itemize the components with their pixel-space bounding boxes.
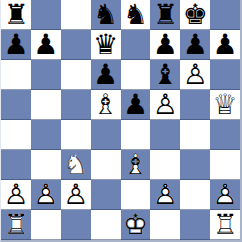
square-h6[interactable]: [210, 60, 240, 90]
square-f2[interactable]: ♟♙: [150, 180, 180, 210]
square-g6[interactable]: ♟♙: [180, 60, 210, 90]
piece-wP-f5: ♟♙: [150, 90, 180, 120]
square-a6[interactable]: [1, 60, 31, 90]
piece-bP-h7: ♟: [210, 30, 240, 60]
piece-wN-c3: ♞♘: [61, 150, 91, 180]
square-e1[interactable]: ♚♔: [121, 210, 151, 240]
black-piece-glyph: ♝: [150, 60, 180, 90]
square-e6[interactable]: [121, 60, 151, 90]
square-b4[interactable]: [31, 120, 61, 150]
piece-bN-d8: ♞: [91, 0, 121, 30]
piece-wP-b2: ♟♙: [31, 180, 61, 210]
piece-wR-h1: ♜♖: [210, 210, 240, 240]
square-h1[interactable]: ♜♖: [210, 210, 240, 240]
piece-bP-e5: ♟: [121, 90, 151, 120]
white-piece-outline-glyph: ♙: [61, 180, 91, 210]
square-d1[interactable]: [91, 210, 121, 240]
piece-wP-f2: ♟♙: [150, 180, 180, 210]
white-piece-outline-glyph: ♗: [121, 150, 151, 180]
square-a8[interactable]: ♜: [1, 0, 31, 30]
square-h8[interactable]: [210, 0, 240, 30]
white-piece-outline-glyph: ♙: [180, 60, 210, 90]
square-b3[interactable]: [31, 150, 61, 180]
piece-bR-f8: ♜: [150, 0, 180, 30]
square-b2[interactable]: ♟♙: [31, 180, 61, 210]
square-f4[interactable]: [150, 120, 180, 150]
piece-bP-b7: ♟: [31, 30, 61, 60]
white-piece-outline-glyph: ♖: [210, 210, 240, 240]
square-d4[interactable]: [91, 120, 121, 150]
square-a4[interactable]: [1, 120, 31, 150]
piece-bK-g8: ♚: [180, 0, 210, 30]
square-e8[interactable]: ♞: [121, 0, 151, 30]
piece-wR-a1: ♜♖: [1, 210, 31, 240]
white-piece-outline-glyph: ♘: [61, 150, 91, 180]
square-g3[interactable]: [180, 150, 210, 180]
square-b5[interactable]: [31, 90, 61, 120]
piece-wP-g6: ♟♙: [180, 60, 210, 90]
piece-bP-a7: ♟: [1, 30, 31, 60]
square-d8[interactable]: ♞: [91, 0, 121, 30]
square-c2[interactable]: ♟♙: [61, 180, 91, 210]
square-e3[interactable]: ♝♗: [121, 150, 151, 180]
white-piece-outline-glyph: ♗: [91, 90, 121, 120]
black-piece-glyph: ♞: [121, 0, 151, 30]
black-piece-glyph: ♟: [121, 90, 151, 120]
white-piece-outline-glyph: ♙: [210, 180, 240, 210]
piece-bR-a8: ♜: [1, 0, 31, 30]
square-e7[interactable]: [121, 30, 151, 60]
square-c4[interactable]: [61, 120, 91, 150]
square-d7[interactable]: ♛: [91, 30, 121, 60]
square-g5[interactable]: [180, 90, 210, 120]
piece-wP-a2: ♟♙: [1, 180, 31, 210]
black-piece-glyph: ♟: [150, 30, 180, 60]
square-a2[interactable]: ♟♙: [1, 180, 31, 210]
piece-wB-d5: ♝♗: [91, 90, 121, 120]
square-f6[interactable]: ♝: [150, 60, 180, 90]
square-a1[interactable]: ♜♖: [1, 210, 31, 240]
black-piece-glyph: ♟: [31, 30, 61, 60]
square-f5[interactable]: ♟♙: [150, 90, 180, 120]
square-b6[interactable]: [31, 60, 61, 90]
square-c6[interactable]: [61, 60, 91, 90]
white-piece-outline-glyph: ♙: [31, 180, 61, 210]
piece-bP-d6: ♟: [91, 60, 121, 90]
square-f1[interactable]: [150, 210, 180, 240]
white-piece-outline-glyph: ♙: [150, 90, 180, 120]
white-piece-outline-glyph: ♕: [210, 90, 240, 120]
square-c3[interactable]: ♞♘: [61, 150, 91, 180]
piece-wK-e1: ♚♔: [121, 210, 151, 240]
square-c1[interactable]: [61, 210, 91, 240]
piece-bB-f6: ♝: [150, 60, 180, 90]
square-e5[interactable]: ♟: [121, 90, 151, 120]
white-piece-outline-glyph: ♖: [1, 210, 31, 240]
square-b7[interactable]: ♟: [31, 30, 61, 60]
square-b1[interactable]: [31, 210, 61, 240]
black-piece-glyph: ♛: [91, 30, 121, 60]
black-piece-glyph: ♜: [1, 0, 31, 30]
white-piece-outline-glyph: ♔: [121, 210, 151, 240]
square-g2[interactable]: [180, 180, 210, 210]
square-d3[interactable]: [91, 150, 121, 180]
square-h7[interactable]: ♟: [210, 30, 240, 60]
piece-wP-c2: ♟♙: [61, 180, 91, 210]
square-f3[interactable]: [150, 150, 180, 180]
square-h5[interactable]: ♛♕: [210, 90, 240, 120]
square-a3[interactable]: [1, 150, 31, 180]
piece-bP-g7: ♟: [180, 30, 210, 60]
black-piece-glyph: ♟: [91, 60, 121, 90]
square-c8[interactable]: [61, 0, 91, 30]
black-piece-glyph: ♚: [180, 0, 210, 30]
square-b8[interactable]: [31, 0, 61, 30]
black-piece-glyph: ♜: [150, 0, 180, 30]
square-g7[interactable]: ♟: [180, 30, 210, 60]
black-piece-glyph: ♟: [210, 30, 240, 60]
piece-wQ-h5: ♛♕: [210, 90, 240, 120]
black-piece-glyph: ♞: [91, 0, 121, 30]
square-f7[interactable]: ♟: [150, 30, 180, 60]
piece-bQ-d7: ♛: [91, 30, 121, 60]
square-d6[interactable]: ♟: [91, 60, 121, 90]
square-h3[interactable]: [210, 150, 240, 180]
black-piece-glyph: ♟: [1, 30, 31, 60]
square-h4[interactable]: [210, 120, 240, 150]
square-d2[interactable]: [91, 180, 121, 210]
piece-wB-e3: ♝♗: [121, 150, 151, 180]
white-piece-outline-glyph: ♙: [150, 180, 180, 210]
square-g4[interactable]: [180, 120, 210, 150]
piece-bN-e8: ♞: [121, 0, 151, 30]
square-h2[interactable]: ♟♙: [210, 180, 240, 210]
square-g8[interactable]: ♚: [180, 0, 210, 30]
white-piece-outline-glyph: ♙: [1, 180, 31, 210]
black-piece-glyph: ♟: [180, 30, 210, 60]
square-f8[interactable]: ♜: [150, 0, 180, 30]
square-e2[interactable]: [121, 180, 151, 210]
square-c5[interactable]: [61, 90, 91, 120]
square-c7[interactable]: [61, 30, 91, 60]
square-a5[interactable]: [1, 90, 31, 120]
square-g1[interactable]: [180, 210, 210, 240]
piece-bP-f7: ♟: [150, 30, 180, 60]
chess-board: ♜♞♞♜♚♟♟♛♟♟♟♟♝♟♙♝♗♟♟♙♛♕♞♘♝♗♟♙♟♙♟♙♟♙♟♙♜♖♚♔…: [0, 0, 242, 242]
piece-wP-h2: ♟♙: [210, 180, 240, 210]
square-d5[interactable]: ♝♗: [91, 90, 121, 120]
square-a7[interactable]: ♟: [1, 30, 31, 60]
square-e4[interactable]: [121, 120, 151, 150]
